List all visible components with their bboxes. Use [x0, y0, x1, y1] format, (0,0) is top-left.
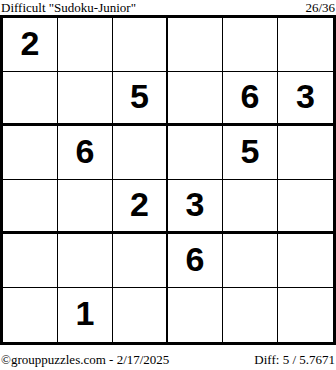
- footer: ©grouppuzzles.com - 2/17/2025 Diff: 5 / …: [0, 349, 336, 370]
- cell-r1c6[interactable]: [278, 18, 333, 72]
- cell-r3c2[interactable]: 6: [58, 126, 113, 180]
- cell-r1c1[interactable]: 2: [3, 18, 58, 72]
- given-digit: 2: [21, 26, 40, 60]
- cell-r6c6[interactable]: [278, 288, 333, 342]
- cell-r5c6[interactable]: [278, 234, 333, 288]
- puzzle-counter: 26/36: [305, 1, 335, 15]
- given-digit: 6: [241, 79, 260, 113]
- cell-r3c3[interactable]: [113, 126, 168, 180]
- cell-r6c5[interactable]: [223, 288, 278, 342]
- cell-r5c5[interactable]: [223, 234, 278, 288]
- cell-r4c3[interactable]: 2: [113, 180, 168, 234]
- puzzle-title: Difficult "Sudoku-Junior": [1, 1, 136, 15]
- cell-r5c2[interactable]: [58, 234, 113, 288]
- cell-r4c6[interactable]: [278, 180, 333, 234]
- cell-r5c4[interactable]: 6: [168, 234, 223, 288]
- cell-r3c4[interactable]: [168, 126, 223, 180]
- cell-r2c5[interactable]: 6: [223, 72, 278, 126]
- cell-r2c2[interactable]: [58, 72, 113, 126]
- cell-r4c5[interactable]: [223, 180, 278, 234]
- given-digit: 1: [76, 296, 95, 330]
- cell-r2c1[interactable]: [3, 72, 58, 126]
- cell-r5c1[interactable]: [3, 234, 58, 288]
- cell-r4c4[interactable]: 3: [168, 180, 223, 234]
- cell-r5c3[interactable]: [113, 234, 168, 288]
- cell-r3c1[interactable]: [3, 126, 58, 180]
- cell-r1c5[interactable]: [223, 18, 278, 72]
- given-digit: 3: [186, 187, 205, 221]
- cell-r1c3[interactable]: [113, 18, 168, 72]
- given-digit: 3: [296, 79, 315, 113]
- given-digit: 5: [241, 134, 260, 168]
- cell-r2c4[interactable]: [168, 72, 223, 126]
- sudoku-grid: 2563652361: [0, 15, 336, 345]
- cell-r6c1[interactable]: [3, 288, 58, 342]
- sudoku-page: Difficult "Sudoku-Junior" 26/36 25636523…: [0, 0, 336, 370]
- cell-r2c6[interactable]: 3: [278, 72, 333, 126]
- cell-r4c1[interactable]: [3, 180, 58, 234]
- cell-r2c3[interactable]: 5: [113, 72, 168, 126]
- copyright-text: ©grouppuzzles.com - 2/17/2025: [1, 353, 169, 367]
- difficulty-text: Diff: 5 / 5.7671: [254, 353, 335, 367]
- header: Difficult "Sudoku-Junior" 26/36: [0, 0, 336, 15]
- cell-r6c2[interactable]: 1: [58, 288, 113, 342]
- cell-r3c5[interactable]: 5: [223, 126, 278, 180]
- cell-r1c4[interactable]: [168, 18, 223, 72]
- given-digit: 5: [130, 79, 149, 113]
- given-digit: 6: [186, 242, 205, 276]
- cell-r1c2[interactable]: [58, 18, 113, 72]
- cell-r6c4[interactable]: [168, 288, 223, 342]
- given-digit: 6: [76, 134, 95, 168]
- cell-r6c3[interactable]: [113, 288, 168, 342]
- cell-r3c6[interactable]: [278, 126, 333, 180]
- given-digit: 2: [130, 187, 149, 221]
- cell-r4c2[interactable]: [58, 180, 113, 234]
